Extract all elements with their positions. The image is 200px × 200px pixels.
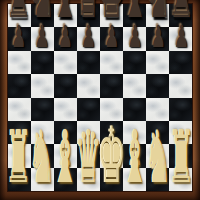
piece-black-pawn-e7[interactable]: ♟ [104, 22, 119, 53]
piece-black-pawn-b7[interactable]: ♟ [34, 22, 49, 53]
piece-black-pawn-d7[interactable]: ♟ [81, 22, 96, 53]
piece-white-rook-h1[interactable]: ♜ [168, 122, 194, 195]
chess-app-window: ♜♞♝♛♚♝♞♜♟♟♟♟♟♟♟♟♟♟♟♟♟♟♟♟♜♞♝♛♚♝♞♜ [0, 0, 200, 200]
square-c5[interactable] [54, 74, 77, 97]
square-d5[interactable] [77, 74, 100, 97]
piece-black-pawn-f7[interactable]: ♟ [127, 22, 142, 53]
square-h6[interactable] [169, 51, 192, 74]
piece-black-pawn-h7[interactable]: ♟ [174, 22, 189, 53]
piece-white-bishop-c1[interactable]: ♝ [52, 122, 78, 195]
square-b6[interactable] [31, 51, 54, 74]
square-g5[interactable] [146, 74, 169, 97]
square-f5[interactable] [123, 74, 146, 97]
square-g6[interactable] [146, 51, 169, 74]
square-e6[interactable] [100, 51, 123, 74]
piece-white-knight-b1[interactable]: ♞ [29, 122, 55, 195]
square-c6[interactable] [54, 51, 77, 74]
square-f6[interactable] [123, 51, 146, 74]
square-e5[interactable] [100, 74, 123, 97]
piece-white-rook-a1[interactable]: ♜ [6, 122, 32, 195]
piece-black-pawn-a7[interactable]: ♟ [11, 22, 26, 53]
piece-white-knight-g1[interactable]: ♞ [145, 122, 171, 195]
square-a5[interactable] [8, 74, 31, 97]
piece-black-pawn-g7[interactable]: ♟ [151, 22, 166, 53]
square-h5[interactable] [169, 74, 192, 97]
square-b5[interactable] [31, 74, 54, 97]
square-a6[interactable] [8, 51, 31, 74]
piece-black-pawn-c7[interactable]: ♟ [58, 22, 73, 53]
piece-white-bishop-f1[interactable]: ♝ [122, 122, 148, 195]
square-d6[interactable] [77, 51, 100, 74]
